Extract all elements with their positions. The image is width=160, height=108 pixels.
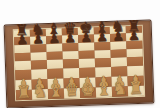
- square-d3[interactable]: [63, 68, 79, 78]
- playing-area: ♜♞♝♛♚♝♞♜♟♟♟♟♟♟♟♟♟♟♟♟♟♟♟♟♜♞♝♛♚♝♞♜: [13, 25, 145, 101]
- square-e2[interactable]: ♟: [79, 77, 95, 88]
- square-h1[interactable]: ♜: [128, 85, 144, 96]
- square-c2[interactable]: ♟: [47, 78, 63, 89]
- board-frame: ♜♞♝♛♚♝♞♜♟♟♟♟♟♟♟♟♟♟♟♟♟♟♟♟♜♞♝♛♚♝♞♜: [4, 19, 155, 108]
- square-f3[interactable]: [95, 67, 111, 77]
- square-c3[interactable]: [47, 69, 63, 79]
- square-h3[interactable]: [127, 66, 143, 76]
- square-g1[interactable]: ♞: [112, 86, 128, 97]
- square-b1[interactable]: ♞: [32, 89, 48, 100]
- square-e1[interactable]: ♚: [80, 87, 96, 98]
- square-f2[interactable]: ♟: [95, 76, 111, 87]
- square-a2[interactable]: ♟: [16, 79, 32, 90]
- square-d2[interactable]: ♟: [63, 77, 79, 88]
- square-g2[interactable]: ♟: [111, 76, 127, 87]
- square-d1[interactable]: ♛: [64, 87, 80, 98]
- square-a1[interactable]: ♜: [16, 89, 32, 100]
- square-g3[interactable]: [111, 66, 127, 76]
- photo-background: ♜♞♝♛♚♝♞♜♟♟♟♟♟♟♟♟♟♟♟♟♟♟♟♟♜♞♝♛♚♝♞♜: [0, 0, 160, 108]
- square-a3[interactable]: [15, 70, 31, 80]
- board-grid: ♜♞♝♛♚♝♞♜♟♟♟♟♟♟♟♟♟♟♟♟♟♟♟♟♜♞♝♛♚♝♞♜: [14, 26, 144, 100]
- chess-board: ♜♞♝♛♚♝♞♜♟♟♟♟♟♟♟♟♟♟♟♟♟♟♟♟♜♞♝♛♚♝♞♜: [4, 19, 155, 108]
- square-e3[interactable]: [79, 67, 95, 77]
- square-c1[interactable]: ♝: [48, 88, 64, 99]
- square-h2[interactable]: ♟: [127, 75, 143, 86]
- square-b3[interactable]: [31, 69, 47, 79]
- square-b2[interactable]: ♟: [32, 79, 48, 90]
- square-f1[interactable]: ♝: [96, 86, 112, 97]
